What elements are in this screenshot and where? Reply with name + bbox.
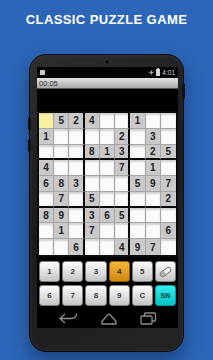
key-7[interactable]: 7 <box>62 285 83 306</box>
sudoku-cell-r1c1[interactable] <box>39 113 54 129</box>
sudoku-cell-r1c2[interactable]: 5 <box>54 113 69 129</box>
status-bar: ✈ 4:01 <box>37 67 178 78</box>
sudoku-cell-r9c4[interactable] <box>85 239 100 255</box>
sudoku-cell-r3c7[interactable] <box>130 145 145 161</box>
sudoku-cell-r5c2[interactable]: 8 <box>54 176 69 192</box>
volume-up-button <box>28 117 31 130</box>
sudoku-cell-r8c8[interactable] <box>146 223 161 239</box>
sudoku-cell-r6c9[interactable]: 2 <box>161 192 176 208</box>
sudoku-cell-r6c5[interactable] <box>100 192 115 208</box>
sudoku-cell-r4c2[interactable] <box>54 160 69 176</box>
key-6[interactable]: 6 <box>39 285 60 306</box>
sudoku-cell-r5c4[interactable] <box>85 176 100 192</box>
sudoku-cell-r3c6[interactable]: 3 <box>115 145 130 161</box>
sudoku-cell-r7c2[interactable]: 9 <box>54 208 69 224</box>
sudoku-cell-r7c4[interactable]: 3 <box>85 208 100 224</box>
sudoku-cell-r9c7[interactable]: 9 <box>130 239 145 255</box>
sudoku-cell-r6c1[interactable] <box>39 192 54 208</box>
sudoku-cell-r1c8[interactable] <box>146 113 161 129</box>
phone-screen: ✈ 4:01 00:05 524112381325471683597752893… <box>37 67 178 328</box>
sudoku-cell-r2c6[interactable]: 2 <box>115 129 130 145</box>
notification-icon <box>40 70 45 75</box>
key-4[interactable]: 4 <box>109 261 130 282</box>
sudoku-cell-r2c3[interactable] <box>69 129 84 145</box>
eraser-key[interactable] <box>155 261 176 282</box>
sudoku-cell-r1c4[interactable]: 4 <box>85 113 100 129</box>
sudoku-cell-r5c7[interactable]: 5 <box>130 176 145 192</box>
sudoku-cell-r9c8[interactable]: 7 <box>146 239 161 255</box>
sudoku-cell-r7c8[interactable] <box>146 208 161 224</box>
keypad-row-2: 6789CSN <box>37 285 178 306</box>
sudoku-cell-r7c7[interactable] <box>130 208 145 224</box>
sudoku-cell-r4c7[interactable] <box>130 160 145 176</box>
battery-icon <box>156 69 160 76</box>
sudoku-cell-r4c6[interactable]: 7 <box>115 160 130 176</box>
sudoku-cell-r1c5[interactable] <box>100 113 115 129</box>
sudoku-cell-r5c9[interactable]: 7 <box>161 176 176 192</box>
sudoku-cell-r5c8[interactable]: 9 <box>146 176 161 192</box>
back-icon[interactable] <box>57 311 79 326</box>
sudoku-cell-r4c4[interactable] <box>85 160 100 176</box>
key-9[interactable]: 9 <box>109 285 130 306</box>
sudoku-cell-r3c1[interactable] <box>39 145 54 161</box>
phone-mockup: ✈ 4:01 00:05 524112381325471683597752893… <box>29 54 184 352</box>
sudoku-cell-r8c9[interactable]: 6 <box>161 223 176 239</box>
sudoku-cell-r9c9[interactable] <box>161 239 176 255</box>
sudoku-cell-r5c3[interactable]: 3 <box>69 176 84 192</box>
recents-icon[interactable] <box>138 311 158 326</box>
sudoku-cell-r7c1[interactable]: 8 <box>39 208 54 224</box>
clock-time: 4:01 <box>162 69 175 76</box>
sudoku-cell-r6c2[interactable]: 7 <box>54 192 69 208</box>
camera-icon <box>104 59 110 65</box>
volume-down-button <box>28 139 31 152</box>
sudoku-cell-r2c4[interactable] <box>85 129 100 145</box>
airplane-mode-icon: ✈ <box>148 69 154 76</box>
sudoku-grid: 524112381325471683597752893651766497 <box>37 111 178 257</box>
sudoku-cell-r2c1[interactable]: 1 <box>39 129 54 145</box>
key-8[interactable]: 8 <box>85 285 106 306</box>
home-icon[interactable] <box>99 311 119 326</box>
sudoku-cell-r6c3[interactable] <box>69 192 84 208</box>
sudoku-cell-r2c5[interactable] <box>100 129 115 145</box>
sudoku-cell-r2c9[interactable] <box>161 129 176 145</box>
sudoku-cell-r8c6[interactable] <box>115 223 130 239</box>
screen-gap <box>37 89 178 111</box>
sudoku-cell-r9c5[interactable] <box>100 239 115 255</box>
key-2[interactable]: 2 <box>62 261 83 282</box>
key-C[interactable]: C <box>132 285 153 306</box>
sudoku-cell-r8c7[interactable] <box>130 223 145 239</box>
sudoku-cell-r3c2[interactable] <box>54 145 69 161</box>
keypad-row-1: 12345 <box>37 261 178 282</box>
sudoku-cell-r6c8[interactable] <box>146 192 161 208</box>
sudoku-cell-r3c3[interactable] <box>69 145 84 161</box>
sudoku-cell-r5c5[interactable] <box>100 176 115 192</box>
sudoku-cell-r8c2[interactable]: 1 <box>54 223 69 239</box>
sudoku-cell-r6c4[interactable]: 5 <box>85 192 100 208</box>
sudoku-cell-r1c3[interactable]: 2 <box>69 113 84 129</box>
game-timer: 00:05 <box>37 78 178 89</box>
sudoku-cell-r1c9[interactable] <box>161 113 176 129</box>
sudoku-cell-r3c5[interactable]: 1 <box>100 145 115 161</box>
sudoku-cell-r8c4[interactable]: 7 <box>85 223 100 239</box>
sudoku-cell-r7c5[interactable]: 6 <box>100 208 115 224</box>
sudoku-cell-r7c6[interactable]: 5 <box>115 208 130 224</box>
sudoku-cell-r6c6[interactable] <box>115 192 130 208</box>
sudoku-cell-r8c5[interactable] <box>100 223 115 239</box>
sudoku-cell-r9c3[interactable]: 6 <box>69 239 84 255</box>
sudoku-cell-r3c9[interactable]: 5 <box>161 145 176 161</box>
sudoku-cell-r1c6[interactable] <box>115 113 130 129</box>
sudoku-cell-r9c6[interactable]: 4 <box>115 239 130 255</box>
sudoku-cell-r8c1[interactable] <box>39 223 54 239</box>
nav-bar <box>37 309 178 328</box>
power-button <box>182 83 185 99</box>
key-1[interactable]: 1 <box>39 261 60 282</box>
sudoku-cell-r1c7[interactable]: 1 <box>130 113 145 129</box>
sudoku-cell-r3c4[interactable]: 8 <box>85 145 100 161</box>
sudoku-cell-r4c5[interactable] <box>100 160 115 176</box>
page-title: CLASSIC PUZZLE GAME <box>0 12 213 27</box>
sudoku-cell-r8c3[interactable] <box>69 223 84 239</box>
sudoku-cell-r4c3[interactable] <box>69 160 84 176</box>
sudoku-cell-r9c1[interactable] <box>39 239 54 255</box>
sudoku-cell-r5c6[interactable] <box>115 176 130 192</box>
sudoku-cell-r4c8[interactable]: 1 <box>146 160 161 176</box>
sudoku-cell-r5c1[interactable]: 6 <box>39 176 54 192</box>
eraser-icon <box>158 265 172 278</box>
sudoku-cell-r7c9[interactable] <box>161 208 176 224</box>
sudoku-cell-r3c8[interactable]: 2 <box>146 145 161 161</box>
sudoku-cell-r7c3[interactable] <box>69 208 84 224</box>
sudoku-cell-r9c2[interactable] <box>54 239 69 255</box>
sudoku-cell-r2c2[interactable] <box>54 129 69 145</box>
key-5[interactable]: 5 <box>132 261 153 282</box>
key-3[interactable]: 3 <box>85 261 106 282</box>
sudoku-cell-r2c8[interactable]: 3 <box>146 129 161 145</box>
sudoku-cell-r2c7[interactable] <box>130 129 145 145</box>
sudoku-cell-r4c1[interactable]: 4 <box>39 160 54 176</box>
key-SN[interactable]: SN <box>155 285 176 306</box>
sudoku-cell-r4c9[interactable] <box>161 160 176 176</box>
sudoku-cell-r6c7[interactable] <box>130 192 145 208</box>
